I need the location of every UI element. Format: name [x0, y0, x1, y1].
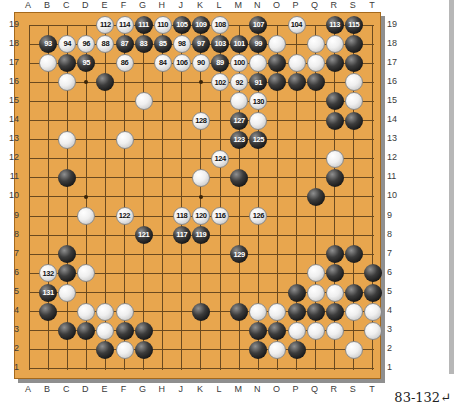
stone-F4[interactable]	[116, 303, 134, 321]
coord-label-left-8: 8	[3, 229, 19, 240]
stone-K4[interactable]	[192, 303, 210, 321]
coord-label-left-10: 10	[3, 190, 19, 201]
grid-line-vertical	[143, 25, 144, 370]
coord-label-bottom-O: O	[269, 384, 283, 395]
star-point-K16	[199, 80, 203, 84]
coord-label-left-18: 18	[3, 38, 19, 49]
stone-D6[interactable]	[77, 264, 95, 282]
coord-label-bottom-H: H	[155, 384, 169, 395]
grid-line-horizontal	[29, 158, 374, 159]
stone-R3[interactable]	[326, 322, 344, 340]
coord-label-right-12: 12	[387, 152, 403, 163]
coord-label-right-8: 8	[387, 229, 403, 240]
stone-H17[interactable]: 84	[154, 54, 172, 72]
coord-label-bottom-C: C	[59, 384, 73, 395]
stone-E2[interactable]	[96, 341, 114, 359]
coord-label-bottom-N: N	[250, 384, 264, 395]
stone-M7[interactable]: 129	[230, 245, 248, 263]
coord-label-bottom-B: B	[40, 384, 54, 395]
coord-label-left-9: 9	[3, 210, 19, 221]
coord-label-top-C: C	[59, 0, 73, 11]
stone-P16[interactable]	[288, 73, 306, 91]
stone-S2[interactable]	[345, 341, 363, 359]
stone-G19[interactable]: 111	[135, 16, 153, 34]
stone-J8[interactable]: 117	[173, 226, 191, 244]
grid-line-vertical	[162, 25, 163, 370]
coord-label-top-E: E	[97, 0, 111, 11]
stone-F19[interactable]: 114	[116, 16, 134, 34]
stone-G15[interactable]	[135, 92, 153, 110]
stone-T4[interactable]	[364, 303, 382, 321]
stone-N13[interactable]: 125	[249, 131, 267, 149]
stone-R18[interactable]	[326, 35, 344, 53]
coord-label-top-K: K	[193, 0, 207, 11]
stone-M14[interactable]: 127	[230, 112, 248, 130]
grid-line-vertical	[29, 25, 30, 370]
stone-D17[interactable]: 95	[77, 54, 95, 72]
stone-F9[interactable]: 122	[116, 207, 134, 225]
stone-S5[interactable]	[345, 284, 363, 302]
stone-J18[interactable]: 98	[173, 35, 191, 53]
stone-C3[interactable]	[58, 322, 76, 340]
stone-M13[interactable]: 123	[230, 131, 248, 149]
coord-label-bottom-R: R	[327, 384, 341, 395]
stone-E4[interactable]	[96, 303, 114, 321]
coord-label-bottom-L: L	[212, 384, 226, 395]
stone-Q5[interactable]	[307, 284, 325, 302]
stone-G8[interactable]: 121	[135, 226, 153, 244]
stone-T3[interactable]	[364, 322, 382, 340]
coord-label-left-2: 2	[3, 343, 19, 354]
grid-line-horizontal	[29, 254, 374, 255]
stone-N2[interactable]	[249, 341, 267, 359]
stone-E18[interactable]: 88	[96, 35, 114, 53]
stone-G2[interactable]	[135, 341, 153, 359]
coord-label-top-Q: Q	[308, 0, 322, 11]
coord-label-right-3: 3	[387, 324, 403, 335]
coord-label-bottom-T: T	[365, 384, 379, 395]
window-scrollbar[interactable]	[449, 0, 454, 374]
stone-R11[interactable]	[326, 169, 344, 187]
stone-M17[interactable]: 100	[230, 54, 248, 72]
stone-Q10[interactable]	[307, 188, 325, 206]
coord-label-right-2: 2	[387, 343, 403, 354]
coord-label-right-7: 7	[387, 248, 403, 259]
coord-label-right-16: 16	[387, 76, 403, 87]
stone-P3[interactable]	[288, 322, 306, 340]
stone-N18[interactable]: 99	[249, 35, 267, 53]
coord-label-left-4: 4	[3, 305, 19, 316]
coord-label-left-7: 7	[3, 248, 19, 259]
stone-O2[interactable]	[268, 341, 286, 359]
stone-G3[interactable]	[135, 322, 153, 340]
coord-label-top-M: M	[231, 0, 245, 11]
coord-label-top-S: S	[346, 0, 360, 11]
coord-label-bottom-M: M	[231, 384, 245, 395]
star-point-D10	[84, 195, 88, 199]
stone-K11[interactable]	[192, 169, 210, 187]
stone-M4[interactable]	[230, 303, 248, 321]
coord-label-top-L: L	[212, 0, 226, 11]
stone-E19[interactable]: 112	[96, 16, 114, 34]
stone-Q17[interactable]	[307, 54, 325, 72]
coord-label-bottom-J: J	[174, 384, 188, 395]
stone-S19[interactable]: 115	[345, 16, 363, 34]
stone-R7[interactable]	[326, 245, 344, 263]
stone-K17[interactable]: 90	[192, 54, 210, 72]
stone-R14[interactable]	[326, 112, 344, 130]
stone-N19[interactable]: 107	[249, 16, 267, 34]
coord-label-top-O: O	[269, 0, 283, 11]
stone-L18[interactable]: 103	[211, 35, 229, 53]
coord-label-left-11: 11	[3, 171, 19, 182]
stone-K14[interactable]: 128	[192, 112, 210, 130]
stone-J19[interactable]: 105	[173, 16, 191, 34]
stone-B18[interactable]: 93	[39, 35, 57, 53]
stone-D18[interactable]: 96	[77, 35, 95, 53]
coord-label-left-5: 5	[3, 286, 19, 297]
stone-C7[interactable]	[58, 245, 76, 263]
coord-label-left-13: 13	[3, 133, 19, 144]
grid-line-vertical	[181, 25, 182, 370]
stone-Q16[interactable]	[307, 73, 325, 91]
stone-F17[interactable]: 86	[116, 54, 134, 72]
stone-J17[interactable]: 106	[173, 54, 191, 72]
stone-N3[interactable]	[249, 322, 267, 340]
stone-P4[interactable]	[288, 303, 306, 321]
stone-O17[interactable]	[268, 54, 286, 72]
coord-label-top-P: P	[289, 0, 303, 11]
coord-label-bottom-E: E	[97, 384, 111, 395]
stone-P2[interactable]	[288, 341, 306, 359]
coord-label-top-D: D	[78, 0, 92, 11]
stone-L19[interactable]: 108	[211, 16, 229, 34]
stone-F3[interactable]	[116, 322, 134, 340]
grid-line-horizontal	[29, 349, 374, 350]
stone-M18[interactable]: 101	[230, 35, 248, 53]
coord-label-bottom-P: P	[289, 384, 303, 395]
coord-label-top-R: R	[327, 0, 341, 11]
coord-label-bottom-G: G	[136, 384, 150, 395]
stone-F2[interactable]	[116, 341, 134, 359]
stone-B5[interactable]: 131	[39, 284, 57, 302]
stone-L17[interactable]: 89	[211, 54, 229, 72]
coord-label-right-9: 9	[387, 210, 403, 221]
page: 1121141111101051091081071041131159394968…	[0, 0, 454, 410]
stone-S18[interactable]	[345, 35, 363, 53]
stone-G18[interactable]: 83	[135, 35, 153, 53]
coord-label-top-H: H	[155, 0, 169, 11]
stone-R17[interactable]	[326, 54, 344, 72]
stone-D4[interactable]	[77, 303, 95, 321]
grid-line-horizontal	[29, 139, 374, 140]
stone-S15[interactable]	[345, 92, 363, 110]
coord-label-top-B: B	[40, 0, 54, 11]
stone-C11[interactable]	[58, 169, 76, 187]
stone-T6[interactable]	[364, 264, 382, 282]
star-point-K10	[199, 195, 203, 199]
coord-label-top-F: F	[117, 0, 131, 11]
stone-M15[interactable]	[230, 92, 248, 110]
coord-label-bottom-Q: Q	[308, 384, 322, 395]
coord-label-right-4: 4	[387, 305, 403, 316]
go-board[interactable]: 1121141111101051091081071041131159394968…	[14, 12, 381, 379]
stone-F13[interactable]	[116, 131, 134, 149]
stone-Q18[interactable]	[307, 35, 325, 53]
stone-M16[interactable]: 92	[230, 73, 248, 91]
coord-label-top-J: J	[174, 0, 188, 11]
coord-label-right-1: 1	[387, 362, 403, 373]
coord-label-left-1: 1	[3, 362, 19, 373]
stone-C16[interactable]	[58, 73, 76, 91]
coord-label-left-19: 19	[3, 19, 19, 30]
stone-C6[interactable]	[58, 264, 76, 282]
coord-label-left-6: 6	[3, 267, 19, 278]
coord-label-top-N: N	[250, 0, 264, 11]
stone-M11[interactable]	[230, 169, 248, 187]
coord-label-right-18: 18	[387, 38, 403, 49]
stone-T5[interactable]	[364, 284, 382, 302]
coord-label-top-A: A	[21, 0, 35, 11]
coord-label-left-3: 3	[3, 324, 19, 335]
stone-F18[interactable]: 87	[116, 35, 134, 53]
coord-label-left-16: 16	[3, 76, 19, 87]
stone-R6[interactable]	[326, 264, 344, 282]
stone-S16[interactable]	[345, 73, 363, 91]
move-range-label: 83-132↵	[394, 390, 451, 405]
stone-O3[interactable]	[268, 322, 286, 340]
coord-label-right-17: 17	[387, 57, 403, 68]
stone-C13[interactable]	[58, 131, 76, 149]
stone-B4[interactable]	[39, 303, 57, 321]
coord-label-right-14: 14	[387, 114, 403, 125]
coord-label-bottom-K: K	[193, 384, 207, 395]
stone-N15[interactable]: 130	[249, 92, 267, 110]
coord-label-right-6: 6	[387, 267, 403, 278]
coord-label-top-G: G	[136, 0, 150, 11]
coord-label-right-5: 5	[387, 286, 403, 297]
coord-label-left-12: 12	[3, 152, 19, 163]
stone-B6[interactable]: 132	[39, 264, 57, 282]
coord-label-right-10: 10	[387, 190, 403, 201]
stone-R12[interactable]	[326, 150, 344, 168]
stone-H19[interactable]: 110	[154, 16, 172, 34]
stone-K19[interactable]: 109	[192, 16, 210, 34]
stone-S4[interactable]	[345, 303, 363, 321]
stone-R5[interactable]	[326, 284, 344, 302]
stone-C18[interactable]: 94	[58, 35, 76, 53]
stone-O16[interactable]	[268, 73, 286, 91]
stone-R15[interactable]	[326, 92, 344, 110]
stone-N9[interactable]: 126	[249, 207, 267, 225]
stone-K8[interactable]: 119	[192, 226, 210, 244]
stone-Q4[interactable]	[307, 303, 325, 321]
stone-C5[interactable]	[58, 284, 76, 302]
stone-S17[interactable]	[345, 54, 363, 72]
coord-label-right-15: 15	[387, 95, 403, 106]
coord-label-left-17: 17	[3, 57, 19, 68]
grid-line-horizontal	[29, 101, 374, 102]
stone-P17[interactable]	[288, 54, 306, 72]
stone-O4[interactable]	[268, 303, 286, 321]
stone-S14[interactable]	[345, 112, 363, 130]
stone-S7[interactable]	[345, 245, 363, 263]
coord-label-right-19: 19	[387, 19, 403, 30]
stone-C17[interactable]	[58, 54, 76, 72]
stone-N14[interactable]	[249, 112, 267, 130]
stone-K9[interactable]: 120	[192, 207, 210, 225]
stone-L9[interactable]: 116	[211, 207, 229, 225]
stone-D3[interactable]	[77, 322, 95, 340]
coord-label-bottom-A: A	[21, 384, 35, 395]
stone-L16[interactable]: 102	[211, 73, 229, 91]
coord-label-left-15: 15	[3, 95, 19, 106]
stone-B17[interactable]	[39, 54, 57, 72]
stone-D9[interactable]	[77, 207, 95, 225]
stone-H18[interactable]: 85	[154, 35, 172, 53]
stone-E3[interactable]	[96, 322, 114, 340]
stone-K18[interactable]: 97	[192, 35, 210, 53]
coord-label-right-11: 11	[387, 171, 403, 182]
stone-J9[interactable]: 118	[173, 207, 191, 225]
stone-E16[interactable]	[96, 73, 114, 91]
coord-label-bottom-D: D	[78, 384, 92, 395]
star-point-D16	[84, 80, 88, 84]
stone-Q3[interactable]	[307, 322, 325, 340]
stone-O18[interactable]	[268, 35, 286, 53]
coord-label-left-14: 14	[3, 114, 19, 125]
stone-N16[interactable]: 91	[249, 73, 267, 91]
stone-N17[interactable]	[249, 54, 267, 72]
stone-N4[interactable]	[249, 303, 267, 321]
stone-P5[interactable]	[288, 284, 306, 302]
coord-label-bottom-S: S	[346, 384, 360, 395]
coord-label-right-13: 13	[387, 133, 403, 144]
stone-Q6[interactable]	[307, 264, 325, 282]
stone-L12[interactable]: 124	[211, 150, 229, 168]
grid-line-horizontal	[29, 368, 374, 369]
coord-label-top-T: T	[365, 0, 379, 11]
coord-label-bottom-F: F	[117, 384, 131, 395]
stone-R19[interactable]: 113	[326, 16, 344, 34]
stone-P19[interactable]: 104	[288, 16, 306, 34]
stone-R4[interactable]	[326, 303, 344, 321]
